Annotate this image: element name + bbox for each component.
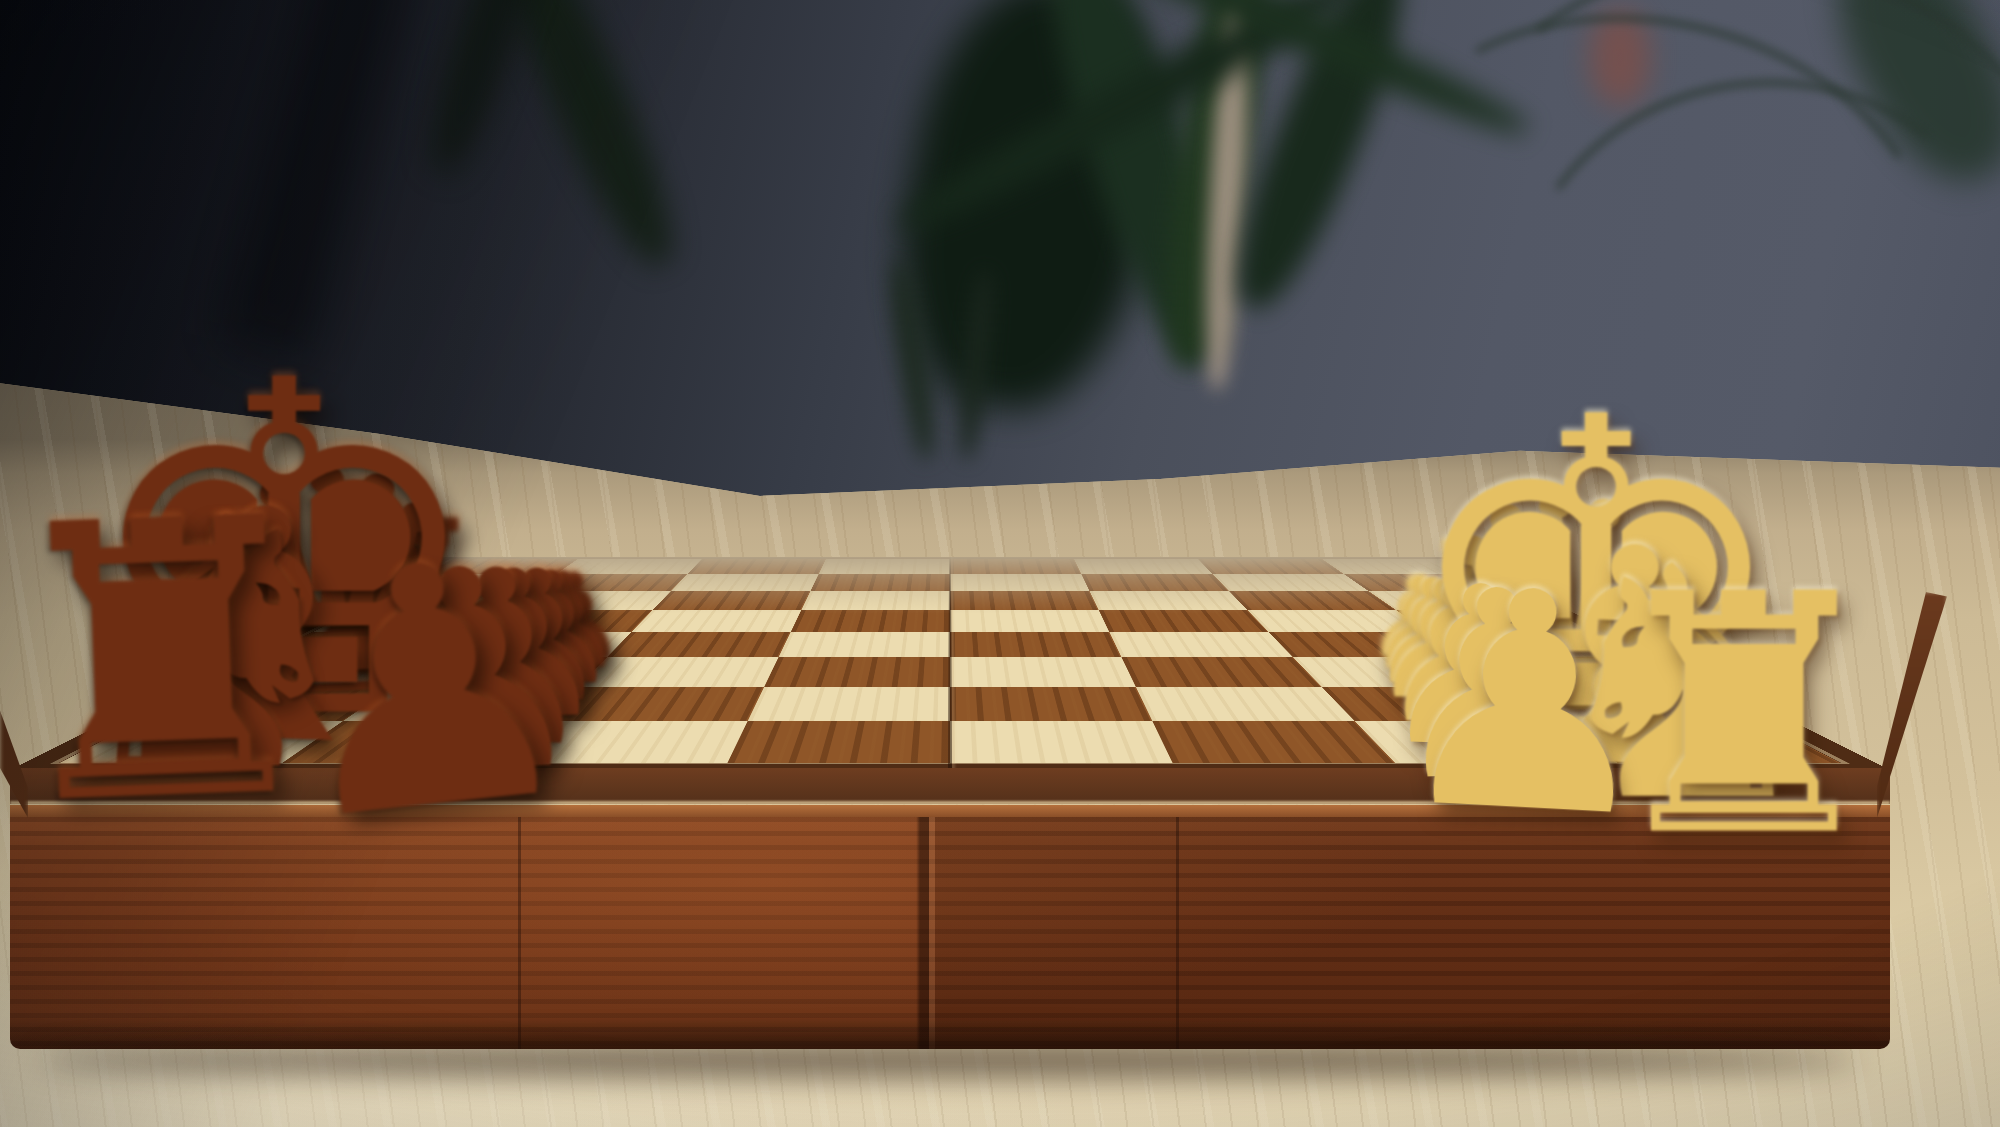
black-pawn[interactable]: ♟	[264, 510, 593, 869]
photo-stage: ♜♞♝♛♚♝♞♜♟♟♟♟♟♟♟♟♟♟♟♟♟♟♟♟♜♞♝♛♚♝♞♜	[0, 0, 2000, 1127]
pieces-layer: ♜♞♝♛♚♝♞♜♟♟♟♟♟♟♟♟♟♟♟♟♟♟♟♟♜♞♝♛♚♝♞♜	[0, 0, 2000, 1127]
white-rook[interactable]: ♜	[1596, 551, 1892, 881]
